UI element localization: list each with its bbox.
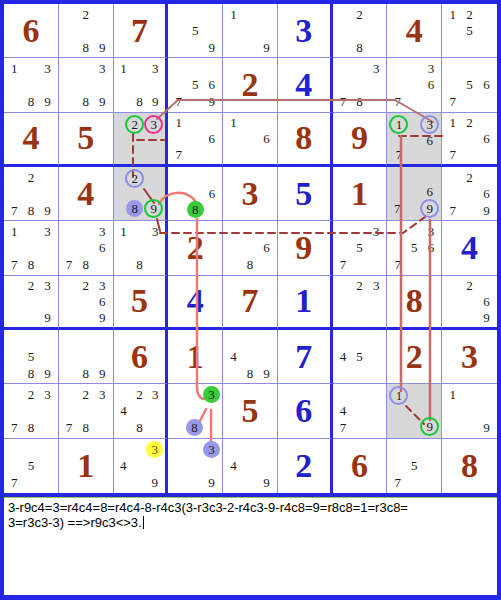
cell-r1c2[interactable]: 289 [59,4,114,58]
cell-r4c4[interactable]: 68 [168,167,223,221]
candidate-9: 9 [152,476,159,489]
cell-value: 7 [223,276,277,327]
candidate-5: 5 [466,78,473,91]
candidate-2-ring-green: 2 [125,115,144,134]
candidate-4: 4 [340,404,347,417]
cell-value: 8 [278,113,330,164]
candidate-6: 6 [426,134,433,147]
cell-value: 9 [278,221,330,274]
candidate-3: 3 [99,388,106,401]
cell-r2c8[interactable]: 367 [387,58,442,112]
cell-r6c2[interactable]: 2369 [59,276,114,330]
candidate-9-ring-green: 9 [144,199,163,218]
cell-r1c1[interactable]: 6 [4,4,59,58]
cell-value: 6 [114,330,166,383]
candidate-3: 3 [373,279,380,292]
candidate-2-ring-violet: 2 [125,169,144,188]
candidate-7: 7 [66,421,73,434]
candidate-3-hl-yellow: 3 [146,441,163,458]
cell-r3c4[interactable]: 167 [168,113,223,167]
cell-value: 1 [59,439,113,493]
candidate-grid: 19 [387,384,441,437]
cell-r4c5[interactable]: 3 [223,167,278,221]
cell-r7c4[interactable]: 1 [168,330,223,384]
cell-r1c3[interactable]: 7 [114,4,169,58]
cell-r8c7[interactable]: 47 [333,384,388,438]
candidate-2: 2 [28,388,35,401]
cell-r7c5[interactable]: 489 [223,330,278,384]
candidate-9-ring-violet: 9 [420,199,439,218]
cell-value: 3 [442,330,497,383]
cell-r8c1[interactable]: 2378 [4,384,59,438]
cell-r1c4[interactable]: 59 [168,4,223,58]
cell-r7c8[interactable]: 2 [387,330,442,384]
cell-r4c3[interactable]: 289 [114,167,169,221]
candidate-2: 2 [82,388,89,401]
cell-r3c9[interactable]: 1267 [442,113,497,167]
candidate-9-ring-green: 9 [420,417,439,436]
candidate-5: 5 [356,350,363,363]
cell-r5c6[interactable]: 9 [278,221,333,275]
cell-r5c4[interactable]: 2 [168,221,223,275]
candidate-7: 7 [449,95,456,108]
candidate-6: 6 [209,187,216,200]
cell-r5c8[interactable]: 3567 [387,221,442,275]
candidate-5: 5 [28,459,35,472]
candidate-6: 6 [428,241,435,254]
candidate-2: 2 [466,116,473,129]
candidate-6: 6 [483,295,490,308]
cell-r6c7[interactable]: 23 [333,276,388,330]
candidate-3: 3 [44,225,51,238]
candidate-grid: 19 [442,384,497,437]
candidate-9: 9 [263,41,270,54]
candidate-3: 3 [99,279,106,292]
cell-r7c6[interactable]: 7 [278,330,333,384]
cell-value: 4 [4,113,58,164]
cell-r7c1[interactable]: 589 [4,330,59,384]
cell-r8c9[interactable]: 19 [442,384,497,438]
candidate-grid: 68 [168,167,222,220]
candidate-7: 7 [394,95,401,108]
candidate-2: 2 [82,279,89,292]
candidate-grid: 138 [114,221,166,274]
candidate-grid: 289 [114,167,166,220]
candidate-1: 1 [11,225,18,238]
cell-r4c9[interactable]: 2679 [442,167,497,221]
cell-value: 4 [442,221,497,274]
candidate-3-disc-lavender: 3 [203,441,220,458]
cell-value: 6 [4,4,58,57]
candidate-1: 1 [230,8,237,21]
candidate-8: 8 [82,421,89,434]
cell-r2c9[interactable]: 567 [442,58,497,112]
cell-r8c6[interactable]: 6 [278,384,333,438]
candidate-1: 1 [120,62,127,75]
candidate-8: 8 [136,258,143,271]
cell-r6c3[interactable]: 5 [114,276,169,330]
cell-r3c8[interactable]: 1367 [387,113,442,167]
candidate-grid: 59 [168,4,222,57]
candidate-3: 3 [428,62,435,75]
candidate-7: 7 [66,258,73,271]
cell-value: 3 [223,167,277,220]
candidate-3: 3 [428,225,435,238]
candidate-5: 5 [466,24,473,37]
sudoku-board: 6289759193284125138938913895679243783675… [0,0,501,497]
cell-value: 7 [278,330,330,383]
candidate-6: 6 [483,187,490,200]
candidate-4: 4 [120,459,127,472]
candidate-6: 6 [428,78,435,91]
cell-r2c3[interactable]: 1389 [114,58,169,112]
candidate-grid: 125 [442,4,497,57]
cell-r3c1[interactable]: 4 [4,113,59,167]
candidate-7: 7 [340,258,347,271]
candidate-5: 5 [192,24,199,37]
candidate-8-disc-lavender: 8 [126,200,143,217]
candidate-6: 6 [209,78,216,91]
candidate-1-ring-green: 1 [389,115,408,134]
candidate-3: 3 [373,225,380,238]
candidate-grid: 57 [4,439,58,493]
candidate-grid: 367 [387,58,441,111]
cell-r4c2[interactable]: 4 [59,167,114,221]
candidate-grid: 45 [333,330,387,383]
candidate-3-ring-magenta: 3 [144,115,163,134]
candidate-9: 9 [99,41,106,54]
cell-value: 4 [59,167,113,220]
candidate-6: 6 [426,185,433,198]
solver-log-line1: 3-r9c4=3=r4c4=8=r4c4-8-r4c3(3-r3c3-2-r4c… [8,500,408,515]
cell-value: 2 [223,58,277,111]
cell-r6c6[interactable]: 1 [278,276,333,330]
cell-r1c6[interactable]: 3 [278,4,333,58]
cell-value: 3 [278,4,330,57]
cell-r1c7[interactable]: 28 [333,4,388,58]
candidate-2: 2 [466,8,473,21]
cell-r8c5[interactable]: 5 [223,384,278,438]
cell-r9c1[interactable]: 57 [4,439,59,493]
candidate-grid: 28 [333,4,387,57]
candidate-6: 6 [483,132,490,145]
candidate-2: 2 [82,8,89,21]
candidate-9: 9 [44,204,51,217]
candidate-grid: 39 [168,439,222,493]
cell-r5c5[interactable]: 68 [223,221,278,275]
candidate-8: 8 [82,367,89,380]
cell-r3c3[interactable]: 23 [114,113,169,167]
candidate-9: 9 [209,41,216,54]
candidate-6: 6 [209,132,216,145]
candidate-grid: 1389 [114,58,166,111]
cell-r5c1[interactable]: 1378 [4,221,59,275]
cell-value: 1 [333,167,387,220]
candidate-grid: 16 [223,113,277,164]
cell-value: 8 [442,439,497,493]
candidate-2: 2 [28,171,35,184]
cell-r9c2[interactable]: 1 [59,439,114,493]
cell-r8c3[interactable]: 2348 [114,384,169,438]
candidate-grid: 378 [333,58,387,111]
candidate-4: 4 [120,404,127,417]
cell-r9c9[interactable]: 8 [442,439,497,493]
cell-r8c8[interactable]: 19 [387,384,442,438]
candidate-3: 3 [44,388,51,401]
cell-r1c8[interactable]: 4 [387,4,442,58]
candidate-grid: 1367 [387,113,441,164]
candidate-1: 1 [449,116,456,129]
candidate-9: 9 [263,476,270,489]
candidate-grid: 23 [114,113,166,164]
candidate-8: 8 [247,367,254,380]
candidate-grid: 19 [223,4,277,57]
candidate-7: 7 [340,95,347,108]
candidate-grid: 389 [59,58,113,111]
candidate-7: 7 [175,148,182,161]
candidate-grid: 38 [168,384,222,437]
candidate-9: 9 [44,367,51,380]
candidate-6: 6 [483,78,490,91]
candidate-7: 7 [396,148,403,161]
candidate-9: 9 [152,95,159,108]
candidate-3-disc-green: 3 [203,386,220,403]
cell-r7c7[interactable]: 45 [333,330,388,384]
candidate-7: 7 [449,204,456,217]
candidate-3: 3 [152,388,159,401]
cell-r3c6[interactable]: 8 [278,113,333,167]
candidate-3: 3 [44,62,51,75]
candidate-grid: 1389 [4,58,58,111]
cell-r9c5[interactable]: 49 [223,439,278,493]
cell-r2c2[interactable]: 389 [59,58,114,112]
candidate-9: 9 [483,204,490,217]
candidate-6: 6 [263,132,270,145]
candidate-6: 6 [99,295,106,308]
cell-r2c7[interactable]: 378 [333,58,388,112]
sudoku-app: { "game": "sudoku", "app": "sudoku chain… [0,0,501,600]
candidate-grid: 2378 [4,384,58,437]
candidate-3: 3 [152,62,159,75]
cell-value: 4 [387,4,441,57]
candidate-grid: 2369 [59,276,113,327]
cell-r2c5[interactable]: 2 [223,58,278,112]
cell-r1c9[interactable]: 125 [442,4,497,58]
candidate-8: 8 [28,421,35,434]
candidate-grid: 3678 [59,221,113,274]
cell-value: 9 [333,113,387,164]
candidate-grid: 68 [223,221,277,274]
candidate-7: 7 [394,258,401,271]
cell-value: 2 [168,221,222,274]
candidate-7: 7 [449,148,456,161]
candidate-8: 8 [82,95,89,108]
cell-value: 1 [168,330,222,383]
candidate-grid: 57 [387,439,441,493]
candidate-3: 3 [373,62,380,75]
cell-r7c3[interactable]: 6 [114,330,169,384]
cell-r6c5[interactable]: 7 [223,276,278,330]
candidate-grid: 679 [387,167,441,220]
candidate-8: 8 [356,95,363,108]
candidate-9: 9 [209,95,216,108]
candidate-7: 7 [394,476,401,489]
cell-value: 2 [387,330,441,383]
candidate-2: 2 [466,171,473,184]
cell-value: 6 [333,439,387,493]
candidate-8: 8 [28,95,35,108]
cell-value: 5 [278,167,330,220]
cell-r4c1[interactable]: 2789 [4,167,59,221]
candidate-3-ring-violet: 3 [420,115,439,134]
candidate-3: 3 [99,62,106,75]
candidate-1: 1 [120,225,127,238]
candidate-6: 6 [263,241,270,254]
cell-value: 6 [278,384,330,437]
candidate-grid: 567 [442,58,497,111]
candidate-7: 7 [394,202,401,215]
candidate-9: 9 [263,367,270,380]
cell-value: 5 [59,113,113,164]
candidate-1: 1 [449,8,456,21]
cell-r9c3[interactable]: 349 [114,439,169,493]
candidate-grid: 47 [333,384,387,437]
candidate-3: 3 [44,279,51,292]
cell-r5c9[interactable]: 4 [442,221,497,275]
cell-r2c1[interactable]: 1389 [4,58,59,112]
cell-value: 5 [114,276,166,327]
cell-r7c2[interactable]: 89 [59,330,114,384]
cell-r6c4[interactable]: 4 [168,276,223,330]
candidate-grid: 2348 [114,384,166,437]
candidate-grid: 2679 [442,167,497,220]
cell-r1c5[interactable]: 19 [223,4,278,58]
candidate-7: 7 [11,421,18,434]
candidate-grid: 23 [333,276,387,327]
candidate-2: 2 [28,279,35,292]
cell-r6c1[interactable]: 239 [4,276,59,330]
candidate-1: 1 [230,116,237,129]
candidate-grid: 489 [223,330,277,383]
cell-r7c9[interactable]: 3 [442,330,497,384]
candidate-8-disc-green: 8 [187,201,204,218]
cell-r8c2[interactable]: 2378 [59,384,114,438]
candidate-9: 9 [483,421,490,434]
candidate-5: 5 [411,241,418,254]
candidate-4: 4 [340,350,347,363]
cell-r6c9[interactable]: 269 [442,276,497,330]
candidate-grid: 2378 [59,384,113,437]
candidate-1: 1 [175,116,182,129]
text-cursor [143,516,144,529]
solver-log[interactable]: 3-r9c4=3=r4c4=8=r4c4-8-r4c3(3-r3c3-2-r4c… [4,497,497,595]
candidate-9: 9 [483,311,490,324]
candidate-2: 2 [356,279,363,292]
candidate-1: 1 [11,62,18,75]
cell-value: 2 [278,439,330,493]
cell-r9c6[interactable]: 2 [278,439,333,493]
cell-r5c3[interactable]: 138 [114,221,169,275]
candidate-grid: 239 [4,276,58,327]
candidate-2: 2 [466,279,473,292]
candidate-3: 3 [152,225,159,238]
cell-value: 4 [168,276,222,327]
cell-r9c8[interactable]: 57 [387,439,442,493]
candidate-4: 4 [230,459,237,472]
cell-r2c4[interactable]: 5679 [168,58,223,112]
candidate-9: 9 [208,476,215,489]
candidate-3: 3 [99,225,106,238]
candidate-9: 9 [99,95,106,108]
cell-r2c6[interactable]: 4 [278,58,333,112]
candidate-8: 8 [28,367,35,380]
cell-r4c7[interactable]: 1 [333,167,388,221]
candidate-4: 4 [230,350,237,363]
candidate-9: 9 [44,311,51,324]
candidate-grid: 167 [168,113,222,164]
candidate-8: 8 [82,258,89,271]
candidate-grid: 5679 [168,58,222,111]
candidate-7: 7 [11,476,18,489]
candidate-grid: 1378 [4,221,58,274]
candidate-1-ring-violet: 1 [389,386,408,405]
candidate-2: 2 [136,388,143,401]
candidate-1: 1 [449,388,456,401]
candidate-9: 9 [99,311,106,324]
candidate-grid: 2789 [4,167,58,220]
candidate-5: 5 [28,350,35,363]
candidate-7: 7 [11,204,18,217]
candidate-8: 8 [28,258,35,271]
cell-value: 8 [387,276,441,327]
candidate-grid: 357 [333,221,387,274]
cell-r4c6[interactable]: 5 [278,167,333,221]
candidate-9: 9 [99,367,106,380]
candidate-grid: 589 [4,330,58,383]
cell-r4c8[interactable]: 679 [387,167,442,221]
cell-r5c2[interactable]: 3678 [59,221,114,275]
cell-r3c2[interactable]: 5 [59,113,114,167]
cell-r6c8[interactable]: 8 [387,276,442,330]
cell-r9c7[interactable]: 6 [333,439,388,493]
candidate-5: 5 [356,241,363,254]
cell-r3c7[interactable]: 9 [333,113,388,167]
candidate-grid: 3567 [387,221,441,274]
candidate-9: 9 [44,95,51,108]
candidate-8: 8 [28,204,35,217]
candidate-5: 5 [192,78,199,91]
candidate-grid: 89 [59,330,113,383]
candidate-2: 2 [356,8,363,21]
cell-r5c7[interactable]: 357 [333,221,388,275]
cell-value: 7 [114,4,166,57]
candidate-8: 8 [82,41,89,54]
candidate-grid: 1267 [442,113,497,164]
cell-r8c4[interactable]: 38 [168,384,223,438]
candidate-8: 8 [136,95,143,108]
candidate-grid: 289 [59,4,113,57]
cell-r3c5[interactable]: 16 [223,113,278,167]
candidate-6: 6 [99,241,106,254]
solver-log-line2: 3=r3c3-3) ==>r9c3<>3. [8,515,142,530]
candidate-8: 8 [136,421,143,434]
cell-r9c4[interactable]: 39 [168,439,223,493]
candidate-grid: 269 [442,276,497,327]
candidate-7: 7 [11,258,18,271]
candidate-7: 7 [175,95,182,108]
candidate-grid: 349 [114,439,166,493]
candidate-8: 8 [356,41,363,54]
